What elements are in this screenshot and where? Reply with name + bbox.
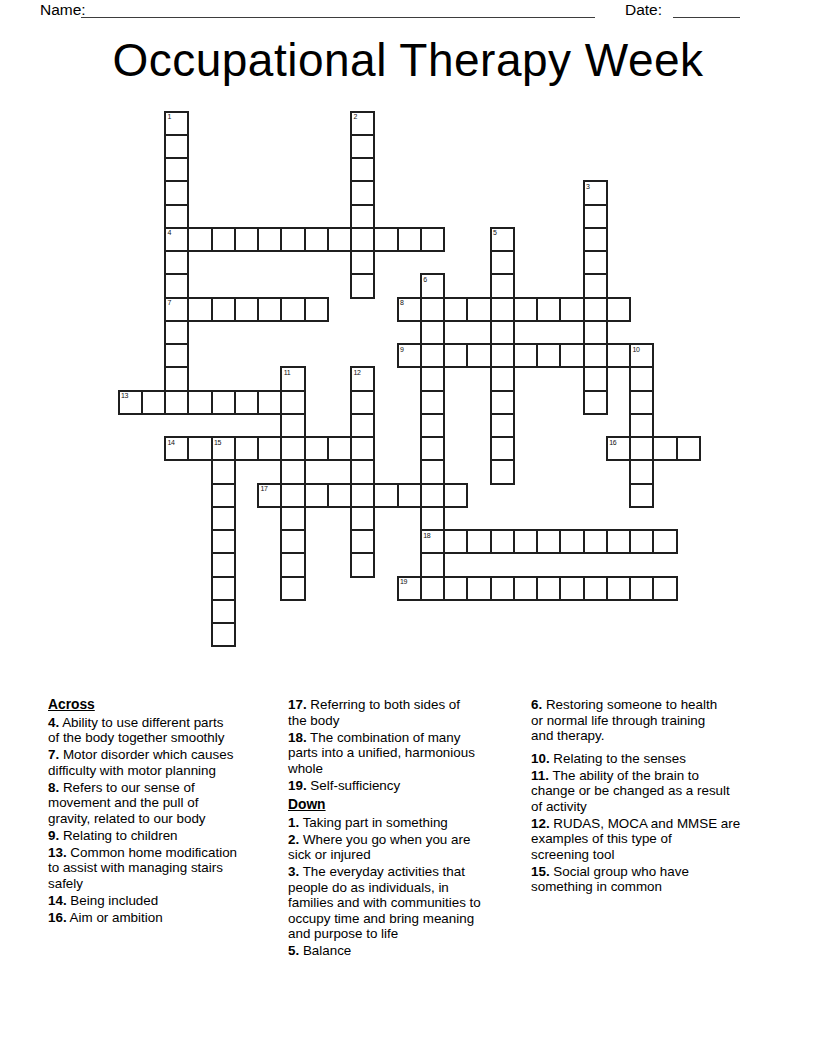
crossword-cell[interactable] xyxy=(164,390,189,415)
crossword-cell[interactable] xyxy=(164,343,189,368)
crossword-cell[interactable]: 13 xyxy=(118,390,143,415)
crossword-cell[interactable] xyxy=(420,227,445,252)
crossword-cell[interactable] xyxy=(234,390,259,415)
crossword-cell[interactable] xyxy=(559,343,584,368)
date-blank[interactable] xyxy=(673,17,740,18)
crossword-cell[interactable] xyxy=(211,483,236,508)
crossword-cell[interactable]: 11 xyxy=(280,366,305,391)
crossword-cell[interactable] xyxy=(304,297,329,322)
crossword-cell[interactable] xyxy=(187,227,212,252)
crossword-cell[interactable] xyxy=(280,413,305,438)
clue-text: The ability of the brain to change or be… xyxy=(531,768,730,814)
crossword-cell[interactable] xyxy=(606,297,631,322)
crossword-cell[interactable]: 2 xyxy=(350,111,375,136)
crossword-cell[interactable] xyxy=(420,366,445,391)
clue-number: 13. xyxy=(48,845,67,860)
crossword-cell[interactable] xyxy=(350,273,375,298)
crossword-cell[interactable]: 7 xyxy=(164,297,189,322)
crossword-cell[interactable] xyxy=(536,297,561,322)
crossword-cell[interactable] xyxy=(187,297,212,322)
crossword-cell[interactable] xyxy=(257,227,282,252)
cell-number: 13 xyxy=(121,392,128,400)
crossword-cell[interactable] xyxy=(164,180,189,205)
crossword-cell[interactable] xyxy=(304,483,329,508)
crossword-cell[interactable] xyxy=(583,343,608,368)
crossword-cell[interactable] xyxy=(280,576,305,601)
crossword-cell[interactable] xyxy=(350,180,375,205)
crossword-cell[interactable] xyxy=(629,483,654,508)
cell-number: 17 xyxy=(261,485,268,493)
crossword-cell[interactable] xyxy=(583,390,608,415)
crossword-cell[interactable] xyxy=(443,576,468,601)
crossword-cell[interactable] xyxy=(583,320,608,345)
crossword-cell[interactable] xyxy=(280,552,305,577)
crossword-cell[interactable] xyxy=(420,390,445,415)
clues-section-header-down: Down xyxy=(288,797,526,813)
crossword-cell[interactable] xyxy=(304,227,329,252)
crossword-cell[interactable] xyxy=(420,576,445,601)
crossword-cell[interactable] xyxy=(420,552,445,577)
cell-number: 8 xyxy=(400,299,404,307)
crossword-cell[interactable] xyxy=(164,204,189,229)
crossword-cell[interactable] xyxy=(629,436,654,461)
crossword-cell[interactable] xyxy=(350,552,375,577)
crossword-cell[interactable]: 16 xyxy=(606,436,631,461)
crossword-cell[interactable] xyxy=(350,157,375,182)
crossword-cell[interactable] xyxy=(350,483,375,508)
crossword-cell[interactable] xyxy=(280,506,305,531)
crossword-cell[interactable] xyxy=(280,297,305,322)
crossword-cell[interactable] xyxy=(606,529,631,554)
clue-number: 10. xyxy=(531,751,550,766)
crossword-cell[interactable] xyxy=(583,529,608,554)
crossword-cell[interactable] xyxy=(211,576,236,601)
clue-down-10: 10. Relating to the senses xyxy=(531,751,769,767)
crossword-cell[interactable] xyxy=(211,506,236,531)
crossword-cell[interactable] xyxy=(490,390,515,415)
crossword-cell[interactable] xyxy=(536,343,561,368)
clue-text: Relating to children xyxy=(63,828,178,843)
crossword-cell[interactable] xyxy=(257,297,282,322)
cell-number: 19 xyxy=(400,578,407,586)
crossword-cell[interactable] xyxy=(350,390,375,415)
crossword-cell[interactable] xyxy=(327,483,352,508)
clue-text: The everyday activities that people do a… xyxy=(288,864,481,941)
crossword-cell[interactable] xyxy=(257,390,282,415)
clue-text: Being included xyxy=(70,893,158,908)
crossword-cell[interactable] xyxy=(466,529,491,554)
crossword-cell[interactable] xyxy=(629,366,654,391)
crossword-cell[interactable] xyxy=(187,390,212,415)
crossword-cell[interactable]: 6 xyxy=(420,273,445,298)
clue-down-3: 3. The everyday activities that people d… xyxy=(288,864,526,942)
crossword-cell[interactable] xyxy=(536,529,561,554)
crossword-cell[interactable] xyxy=(350,459,375,484)
crossword-cell[interactable] xyxy=(583,366,608,391)
clue-text: Motor disorder which causes difficulty w… xyxy=(48,747,233,778)
name-label: Name: xyxy=(40,1,86,19)
cell-number: 6 xyxy=(423,276,427,284)
crossword-cell[interactable] xyxy=(583,576,608,601)
clue-number: 1. xyxy=(288,815,299,830)
crossword-cell[interactable]: 17 xyxy=(257,483,282,508)
crossword-cell[interactable]: 1 xyxy=(164,111,189,136)
crossword-cell[interactable] xyxy=(280,459,305,484)
clue-text: Relating to the senses xyxy=(553,751,686,766)
crossword-cell[interactable] xyxy=(629,459,654,484)
clue-across-8: 8. Refers to our sense of movement and t… xyxy=(48,780,286,827)
crossword-cell[interactable] xyxy=(211,552,236,577)
crossword-cell[interactable] xyxy=(211,529,236,554)
cell-number: 11 xyxy=(284,369,291,377)
crossword-cell[interactable] xyxy=(490,576,515,601)
cell-number: 4 xyxy=(168,229,172,237)
crossword-cell[interactable] xyxy=(583,227,608,252)
clues-section-header-across: Across xyxy=(48,697,286,713)
name-blank[interactable] xyxy=(81,17,595,18)
page-title: Occupational Therapy Week xyxy=(0,33,816,87)
clue-text: RUDAS, MOCA and MMSE are examples of thi… xyxy=(531,816,740,862)
clue-number: 8. xyxy=(48,780,59,795)
clue-down-5: 5. Balance xyxy=(288,943,526,959)
crossword-cell[interactable]: 18 xyxy=(420,529,445,554)
crossword-cell[interactable] xyxy=(583,273,608,298)
crossword-cell[interactable] xyxy=(304,436,329,461)
cell-number: 16 xyxy=(609,439,616,447)
crossword-cell[interactable] xyxy=(211,622,236,647)
crossword-cell[interactable] xyxy=(490,436,515,461)
crossword-cell[interactable]: 15 xyxy=(211,436,236,461)
crossword-cell[interactable] xyxy=(164,366,189,391)
crossword-cell[interactable] xyxy=(490,459,515,484)
crossword-cell[interactable] xyxy=(211,599,236,624)
crossword-cell[interactable] xyxy=(420,343,445,368)
crossword-cell[interactable] xyxy=(280,436,305,461)
crossword-cell[interactable] xyxy=(397,483,422,508)
crossword-cell[interactable] xyxy=(652,436,677,461)
clue-text: Taking part in something xyxy=(303,815,448,830)
clue-text: The combination of many parts into a uni… xyxy=(288,730,475,776)
crossword-cell[interactable] xyxy=(420,483,445,508)
crossword-cell[interactable] xyxy=(373,227,398,252)
crossword-cell[interactable] xyxy=(164,134,189,159)
crossword-cell[interactable] xyxy=(164,250,189,275)
worksheet-page: Name: Date: Occupational Therapy Week 12… xyxy=(0,0,816,1056)
crossword-cell[interactable] xyxy=(234,227,259,252)
clue-number: 12. xyxy=(531,816,550,831)
crossword-cell[interactable] xyxy=(327,227,352,252)
crossword-cell[interactable] xyxy=(211,227,236,252)
crossword-cell[interactable] xyxy=(583,204,608,229)
crossword-cell[interactable]: 3 xyxy=(583,180,608,205)
clue-down-15: 15. Social group who have something in c… xyxy=(531,864,769,895)
crossword-grid: 12345678910111213141516171819 xyxy=(118,111,701,648)
crossword-cell[interactable] xyxy=(629,390,654,415)
cell-number: 14 xyxy=(168,439,175,447)
crossword-cell[interactable] xyxy=(443,297,468,322)
clue-number: 19. xyxy=(288,778,307,793)
crossword-cell[interactable] xyxy=(490,297,515,322)
crossword-cell[interactable] xyxy=(490,413,515,438)
crossword-cell[interactable] xyxy=(443,529,468,554)
crossword-cell[interactable]: 10 xyxy=(629,343,654,368)
clue-number: 7. xyxy=(48,747,59,762)
crossword-cell[interactable] xyxy=(629,413,654,438)
crossword-cell[interactable] xyxy=(513,576,538,601)
clue-number: 16. xyxy=(48,910,67,925)
crossword-cell[interactable] xyxy=(350,204,375,229)
crossword-cell[interactable]: 14 xyxy=(164,436,189,461)
crossword-cell[interactable]: 8 xyxy=(397,297,422,322)
date-label: Date: xyxy=(625,1,662,19)
clues-column-2: 17. Referring to both sides of the body1… xyxy=(288,697,526,960)
crossword-cell[interactable] xyxy=(234,436,259,461)
clue-text: Referring to both sides of the body xyxy=(288,697,460,728)
crossword-cell[interactable] xyxy=(280,390,305,415)
crossword-cell[interactable] xyxy=(211,297,236,322)
crossword-cell[interactable] xyxy=(211,390,236,415)
crossword-cell[interactable] xyxy=(397,227,422,252)
clue-number: 17. xyxy=(288,697,307,712)
crossword-cell[interactable] xyxy=(373,483,398,508)
crossword-cell[interactable] xyxy=(164,273,189,298)
clue-across-17: 17. Referring to both sides of the body xyxy=(288,697,526,728)
cell-number: 3 xyxy=(586,183,590,191)
crossword-cell[interactable] xyxy=(141,390,166,415)
cell-number: 5 xyxy=(493,229,497,237)
cell-number: 10 xyxy=(633,346,640,354)
crossword-cell[interactable] xyxy=(490,529,515,554)
cell-number: 7 xyxy=(168,299,172,307)
cell-number: 12 xyxy=(354,369,361,377)
clue-text: Aim or ambition xyxy=(70,910,163,925)
clue-number: 9. xyxy=(48,828,59,843)
crossword-cell[interactable] xyxy=(443,343,468,368)
crossword-cell[interactable] xyxy=(327,436,352,461)
crossword-cell[interactable] xyxy=(490,250,515,275)
crossword-cell[interactable] xyxy=(280,529,305,554)
clue-across-7: 7. Motor disorder which causes difficult… xyxy=(48,747,286,778)
crossword-cell[interactable] xyxy=(606,576,631,601)
crossword-cell[interactable] xyxy=(420,413,445,438)
clue-across-18: 18. The combination of many parts into a… xyxy=(288,730,526,777)
cell-number: 2 xyxy=(354,113,358,121)
crossword-cell[interactable]: 9 xyxy=(397,343,422,368)
clue-across-14: 14. Being included xyxy=(48,893,286,909)
crossword-cell[interactable] xyxy=(350,227,375,252)
crossword-cell[interactable] xyxy=(583,250,608,275)
cell-number: 9 xyxy=(400,346,404,354)
clue-down-1: 1. Taking part in something xyxy=(288,815,526,831)
crossword-cell[interactable] xyxy=(559,297,584,322)
clues-column-3: 6. Restoring someone to health or normal… xyxy=(531,697,769,896)
clue-number: 18. xyxy=(288,730,307,745)
clue-number: 5. xyxy=(288,943,299,958)
crossword-cell[interactable] xyxy=(187,436,212,461)
crossword-cell[interactable] xyxy=(350,436,375,461)
clue-text: Where you go when you are sick or injure… xyxy=(288,832,470,863)
crossword-cell[interactable] xyxy=(513,529,538,554)
crossword-cell[interactable] xyxy=(350,506,375,531)
clue-across-9: 9. Relating to children xyxy=(48,828,286,844)
crossword-cell[interactable] xyxy=(350,134,375,159)
clue-text: Ability to use different parts of the bo… xyxy=(48,715,224,746)
crossword-cell[interactable] xyxy=(676,436,701,461)
crossword-cell[interactable] xyxy=(513,297,538,322)
crossword-cell[interactable] xyxy=(350,529,375,554)
crossword-cell[interactable] xyxy=(350,413,375,438)
clue-text: Common home modification to assist with … xyxy=(48,845,237,891)
crossword-cell[interactable] xyxy=(164,157,189,182)
crossword-cell[interactable] xyxy=(164,320,189,345)
crossword-cell[interactable] xyxy=(490,273,515,298)
crossword-cell[interactable] xyxy=(420,506,445,531)
clue-number: 2. xyxy=(288,832,299,847)
crossword-cell[interactable] xyxy=(466,297,491,322)
clue-text: Refers to our sense of movement and the … xyxy=(48,780,206,826)
crossword-cell[interactable] xyxy=(280,227,305,252)
clue-number: 14. xyxy=(48,893,67,908)
clue-text: Restoring someone to health or normal li… xyxy=(531,697,717,743)
crossword-cell[interactable] xyxy=(350,250,375,275)
clue-number: 15. xyxy=(531,864,550,879)
clue-text: Balance xyxy=(303,943,351,958)
crossword-cell[interactable] xyxy=(606,343,631,368)
cell-number: 15 xyxy=(214,439,221,447)
clue-number: 11. xyxy=(531,768,549,783)
crossword-cell[interactable] xyxy=(559,576,584,601)
crossword-cell[interactable] xyxy=(629,576,654,601)
clue-across-4: 4. Ability to use different parts of the… xyxy=(48,715,286,746)
crossword-cell[interactable] xyxy=(629,529,654,554)
crossword-cell[interactable] xyxy=(420,297,445,322)
crossword-cell[interactable] xyxy=(583,297,608,322)
crossword-cell[interactable] xyxy=(652,529,677,554)
clue-across-16: 16. Aim or ambition xyxy=(48,910,286,926)
clues-column-1: Across4. Ability to use different parts … xyxy=(48,697,286,927)
crossword-cell[interactable] xyxy=(466,576,491,601)
clue-text: Self-sufficiency xyxy=(310,778,400,793)
crossword-cell[interactable] xyxy=(420,320,445,345)
clue-across-19: 19. Self-sufficiency xyxy=(288,778,526,794)
crossword-cell[interactable] xyxy=(490,320,515,345)
crossword-cell[interactable] xyxy=(420,436,445,461)
clue-number: 6. xyxy=(531,697,542,712)
clue-down-6: 6. Restoring someone to health or normal… xyxy=(531,697,769,744)
crossword-cell[interactable]: 12 xyxy=(350,366,375,391)
crossword-cell[interactable] xyxy=(490,366,515,391)
crossword-cell[interactable] xyxy=(559,529,584,554)
clue-text: Social group who have something in commo… xyxy=(531,864,689,895)
crossword-cell[interactable]: 4 xyxy=(164,227,189,252)
clue-down-11: 11. The ability of the brain to change o… xyxy=(531,768,769,815)
crossword-cell[interactable] xyxy=(443,483,468,508)
cell-number: 1 xyxy=(168,113,172,121)
crossword-cell[interactable] xyxy=(234,297,259,322)
cell-number: 18 xyxy=(423,532,430,540)
clue-down-12: 12. RUDAS, MOCA and MMSE are examples of… xyxy=(531,816,769,863)
crossword-cell[interactable] xyxy=(513,343,538,368)
clue-number: 3. xyxy=(288,864,299,879)
clue-number: 4. xyxy=(48,715,59,730)
crossword-cell[interactable] xyxy=(211,459,236,484)
crossword-cell[interactable] xyxy=(536,576,561,601)
crossword-cell[interactable] xyxy=(280,483,305,508)
crossword-cell[interactable] xyxy=(652,576,677,601)
crossword-cell[interactable] xyxy=(257,436,282,461)
crossword-cell[interactable] xyxy=(490,343,515,368)
clue-down-2: 2. Where you go when you are sick or inj… xyxy=(288,832,526,863)
crossword-cell[interactable]: 5 xyxy=(490,227,515,252)
clue-across-13: 13. Common home modification to assist w… xyxy=(48,845,286,892)
crossword-cell[interactable] xyxy=(420,459,445,484)
crossword-cell[interactable] xyxy=(466,343,491,368)
crossword-cell[interactable]: 19 xyxy=(397,576,422,601)
